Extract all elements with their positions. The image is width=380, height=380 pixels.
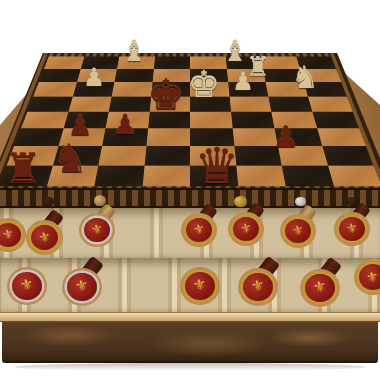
- square-a5[interactable]: [27, 96, 72, 111]
- board-front-rim: [0, 188, 380, 208]
- base-crest-icon: ⚜: [249, 278, 266, 297]
- square-h1[interactable]: [327, 165, 380, 186]
- base-crest-icon: ⚜: [73, 278, 90, 297]
- drawer-piece-base: ⚜: [67, 273, 97, 301]
- base-crest-icon: ⚜: [191, 222, 206, 238]
- base-crest-icon: ⚜: [311, 279, 328, 298]
- drawer-piece-base: ⚜: [31, 225, 58, 250]
- chess-set-photo: ♝♝♜♟♚♟♞♚♟♟♟♞♜♛ ⚜⚜⚜⚜⚜⚜⚜⚜⚜⚜⚜⚜⚜: [0, 0, 380, 380]
- piece-black-pawn-c3[interactable]: ♟: [112, 111, 137, 139]
- drawer-piece-base: ⚜: [243, 273, 273, 301]
- square-a4[interactable]: [21, 112, 68, 128]
- square-d2[interactable]: [144, 146, 190, 165]
- square-c6[interactable]: [112, 82, 153, 96]
- square-a6[interactable]: [33, 82, 76, 96]
- piece-black-rook-a1[interactable]: ♜: [4, 148, 42, 190]
- square-h3[interactable]: [317, 128, 366, 146]
- drawer-piece-top-gold: [234, 196, 247, 208]
- square-f1[interactable]: [236, 165, 286, 186]
- square-e4[interactable]: [190, 112, 232, 128]
- base-crest-icon: ⚜: [0, 227, 15, 243]
- base-crest-icon: ⚜: [18, 277, 35, 296]
- piece-black-knight-b2[interactable]: ♞: [52, 138, 88, 178]
- base-crest-icon: ⚜: [238, 221, 253, 237]
- drawer-front-lip: [0, 312, 380, 322]
- base-crest-icon: ⚜: [89, 222, 104, 238]
- drawer-piece-base: ⚜: [185, 272, 215, 300]
- piece-white-king-e6[interactable]: ♚: [188, 67, 220, 103]
- piece-black-king-d5[interactable]: ♚: [147, 74, 185, 116]
- base-crest-icon: ⚜: [36, 229, 52, 246]
- square-d8[interactable]: [153, 56, 190, 68]
- piece-white-pawn-b6[interactable]: ♟: [83, 66, 105, 90]
- piece-white-pawn-f6[interactable]: ♟: [232, 70, 254, 94]
- piece-white-bishop-f8[interactable]: ♝: [222, 38, 247, 66]
- floor-shadow: [14, 363, 366, 371]
- piece-white-knight-h6[interactable]: ♞: [292, 63, 319, 93]
- square-f4[interactable]: [231, 112, 275, 128]
- case-leather-front: [2, 322, 378, 363]
- piece-black-queen-e1[interactable]: ♛: [195, 141, 240, 191]
- square-h2[interactable]: [322, 146, 373, 165]
- square-f5[interactable]: [229, 96, 271, 111]
- square-c1[interactable]: [94, 165, 144, 186]
- square-h5[interactable]: [307, 96, 352, 111]
- drawer-piece-top-silver: [295, 197, 306, 207]
- base-crest-icon: ⚜: [191, 277, 208, 296]
- square-g1[interactable]: [282, 165, 334, 186]
- base-crest-icon: ⚜: [365, 269, 380, 286]
- piece-white-bishop-c8[interactable]: ♝: [121, 38, 146, 66]
- piece-black-pawn-g3[interactable]: ♟: [273, 122, 300, 152]
- drawer-piece-base: ⚜: [12, 272, 42, 300]
- base-crest-icon: ⚜: [290, 223, 305, 239]
- drawer-piece-top-wood: [94, 195, 106, 206]
- square-h4[interactable]: [312, 112, 359, 128]
- square-a8[interactable]: [44, 56, 84, 68]
- drawer-piece-top-dark: [43, 197, 54, 207]
- square-g5[interactable]: [268, 96, 312, 111]
- square-a7[interactable]: [39, 69, 81, 82]
- drawer-piece-base: ⚜: [305, 274, 335, 302]
- square-d1[interactable]: [142, 165, 190, 186]
- square-d3[interactable]: [146, 128, 190, 146]
- drawer-piece-top-dark: [347, 197, 358, 207]
- square-c2[interactable]: [98, 146, 146, 165]
- base-crest-icon: ⚜: [344, 221, 359, 237]
